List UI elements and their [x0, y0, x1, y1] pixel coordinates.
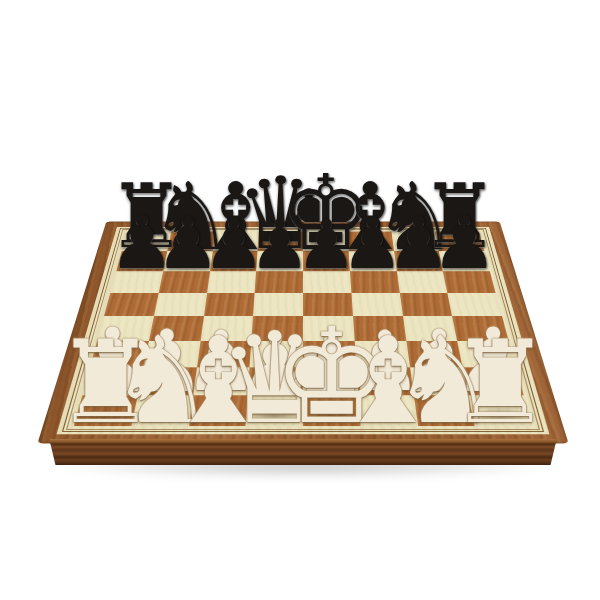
white-rook-h1[interactable]: ♜: [449, 326, 552, 440]
photo-stage: ♜♞♝♛♚♝♞♜♟♟♟♟♟♟♟♟♟♟♟♟♟♟♟♟♜♞♝♛♚♝♞♜: [0, 0, 600, 600]
black-pawn-h7[interactable]: ♟: [431, 206, 497, 280]
